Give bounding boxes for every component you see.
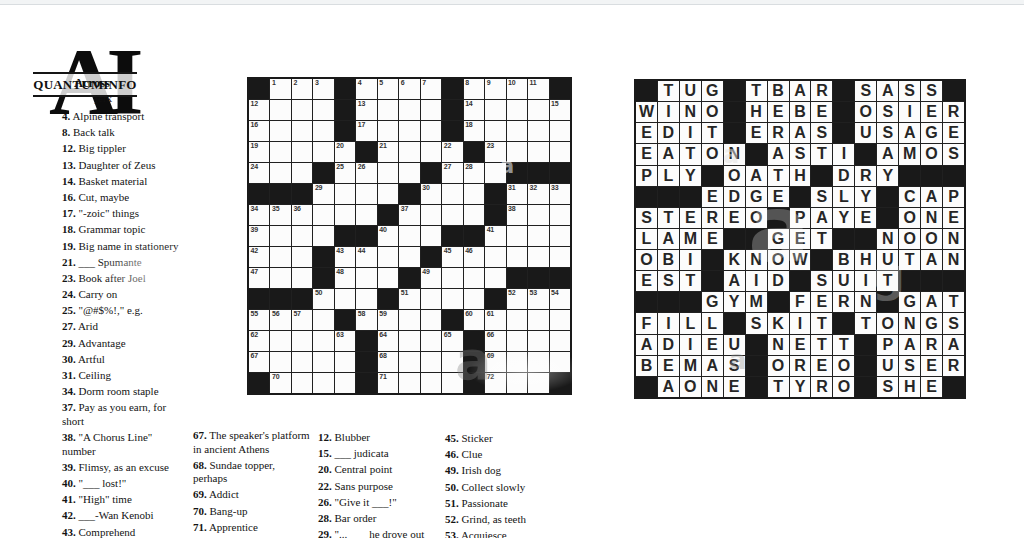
cell-letter: G (706, 294, 718, 310)
black-cell-r1c5 (335, 79, 355, 99)
black-cell-r8c10 (833, 229, 854, 249)
cell-number: 50 (315, 289, 322, 297)
cell-number: 30 (422, 184, 429, 192)
cell-letter: E (926, 358, 937, 374)
cell-letter: A (904, 337, 916, 353)
clue-23: 23. Book after Joel (62, 272, 186, 286)
cell-letter: I (666, 316, 670, 332)
cell-r11c8: F (790, 292, 811, 312)
cell-r4c15 (550, 142, 570, 162)
cell-letter: O (882, 316, 894, 332)
clue-37: 37. Pay as you earn, for short (62, 401, 186, 428)
cell-letter: T (685, 273, 695, 289)
cell-r9c14 (528, 247, 548, 267)
cell-r6c11 (464, 184, 484, 204)
cell-r2c6: 13 (356, 100, 376, 120)
black-cell-r3c10 (442, 121, 462, 141)
cell-r13c1: A (636, 335, 657, 355)
cell-letter: A (794, 83, 806, 99)
cell-r15c14 (528, 373, 548, 393)
black-cell-r10c13 (507, 268, 527, 288)
cell-r10c2: S (658, 271, 679, 291)
cell-r1c7: 5 (378, 79, 398, 99)
cell-letter: S (904, 83, 915, 99)
cell-r2c6: H (746, 102, 767, 122)
cell-r2c9 (421, 100, 441, 120)
cell-letter: H (750, 104, 762, 120)
cell-letter: G (925, 125, 937, 141)
cell-r8c14 (528, 226, 548, 246)
cell-number: 58 (358, 310, 365, 318)
cell-letter: N (948, 231, 960, 247)
clue-45: 45. Sticker (445, 432, 577, 446)
cell-r1c8: A (790, 81, 811, 101)
black-cell-r14c11 (855, 356, 876, 376)
cell-r11c15: T (943, 292, 964, 312)
cell-r9c13 (507, 247, 527, 267)
cell-r2c9: E (811, 102, 832, 122)
cell-letter: E (729, 210, 740, 226)
cell-r4c3 (292, 142, 312, 162)
cell-r14c13: S (899, 356, 920, 376)
black-cell-r11c1 (636, 292, 657, 312)
cell-r11c5: Y (724, 292, 745, 312)
black-cell-r1c5 (724, 81, 745, 101)
clue-20: 20. Central point (318, 463, 444, 477)
black-cell-r10c8 (399, 268, 419, 288)
black-cell-r6c3 (680, 187, 701, 207)
black-cell-r2c10 (442, 100, 462, 120)
cell-r7c8: 37 (399, 205, 419, 225)
cell-r14c2 (270, 352, 290, 372)
cell-letter: N (706, 379, 718, 395)
black-cell-r7c7 (768, 208, 789, 228)
cell-number: 47 (251, 268, 258, 276)
cell-r13c13: A (899, 335, 920, 355)
cell-number: 10 (508, 79, 515, 87)
black-cell-r12c5 (335, 310, 355, 330)
crossword-grid-solution: TUGTBARSASSWINOHEBEOSIEREDITERASUSAGEEAT… (634, 79, 966, 399)
cell-letter: S (663, 273, 674, 289)
cell-r2c11: 14 (464, 100, 484, 120)
cell-letter: T (861, 316, 871, 332)
cell-r8c3: M (680, 229, 701, 249)
cell-r9c10: B (833, 250, 854, 270)
cell-r12c6: S (746, 313, 767, 333)
cell-letter: O (684, 379, 696, 395)
cell-r12c11: 60 (464, 310, 484, 330)
black-cell-r5c9 (811, 166, 832, 186)
cell-r14c13 (507, 352, 527, 372)
clue-29: 29. "... ___ he drove out (318, 528, 444, 538)
cell-r14c8 (399, 352, 419, 372)
black-cell-r6c12 (485, 184, 505, 204)
cell-r1c13: 10 (507, 79, 527, 99)
cell-letter: I (754, 273, 758, 289)
cell-r11c6: M (746, 292, 767, 312)
cell-letter: I (907, 104, 911, 120)
cell-letter: E (817, 294, 828, 310)
cell-r9c13: T (899, 250, 920, 270)
cell-letter: L (707, 316, 717, 332)
black-cell-r10c8 (790, 271, 811, 291)
cell-r2c12 (485, 100, 505, 120)
cell-r11c11: N (855, 292, 876, 312)
cell-letter: S (904, 358, 915, 374)
cell-r14c9 (421, 352, 441, 372)
cell-r4c7: A (768, 144, 789, 164)
cell-letter: T (905, 252, 915, 268)
cell-r4c1: E (636, 144, 657, 164)
cell-r3c11: 18 (464, 121, 484, 141)
black-cell-r11c3 (680, 292, 701, 312)
black-cell-r5c14 (921, 166, 942, 186)
cell-r2c13: I (899, 102, 920, 122)
clue-14: 14. Basket material (62, 175, 186, 189)
clue-27: 27. Arid (62, 320, 186, 334)
cell-letter: Y (795, 379, 806, 395)
cell-letter: T (707, 125, 717, 141)
cell-r7c5 (335, 205, 355, 225)
clue-12: 12. Blubber (318, 431, 444, 445)
cell-r5c12: Y (877, 166, 898, 186)
black-cell-r1c10 (442, 79, 462, 99)
cell-letter: T (751, 83, 761, 99)
cell-number: 48 (336, 268, 343, 276)
cell-r3c9 (421, 121, 441, 141)
cell-r3c3 (292, 121, 312, 141)
clue-53: 53. Acquiesce (445, 529, 577, 538)
cell-letter: N (750, 252, 762, 268)
cell-letter: C (904, 189, 916, 205)
cell-r11c6 (356, 289, 376, 309)
cell-letter: A (706, 358, 718, 374)
cell-r2c2 (270, 100, 290, 120)
cell-letter: D (663, 337, 675, 353)
cell-number: 20 (336, 142, 343, 150)
cell-r14c5: S (724, 356, 745, 376)
cell-letter: O (838, 358, 850, 374)
clue-30: 30. Artful (62, 353, 186, 367)
cell-r15c13: H (899, 377, 920, 397)
cell-r8c7: 40 (378, 226, 398, 246)
cell-r1c11: 8 (464, 79, 484, 99)
black-cell-r11c2 (658, 292, 679, 312)
cell-r5c10: D (833, 166, 854, 186)
cell-r4c8: S (790, 144, 811, 164)
cell-r13c5: U (724, 335, 745, 355)
cell-r1c4: 3 (313, 79, 333, 99)
cell-letter: H (904, 379, 916, 395)
cell-letter: O (750, 210, 762, 226)
cell-r9c11: 46 (464, 247, 484, 267)
cell-r11c14: 53 (528, 289, 548, 309)
cell-letter: D (663, 125, 675, 141)
black-cell-r7c12 (877, 208, 898, 228)
cell-letter: P (948, 189, 959, 205)
cell-r8c14: O (921, 229, 942, 249)
cell-r12c15: S (943, 313, 964, 333)
cell-r3c6: 17 (356, 121, 376, 141)
cell-r14c9: E (811, 356, 832, 376)
cell-r2c4 (313, 100, 333, 120)
cell-r5c7 (378, 163, 398, 183)
black-cell-r8c10 (442, 226, 462, 246)
cell-number: 40 (379, 226, 386, 234)
cell-r3c13 (507, 121, 527, 141)
cell-r15c14: E (921, 377, 942, 397)
cell-letter: E (860, 210, 871, 226)
cell-r12c2: 56 (270, 310, 290, 330)
cell-r9c12: U (877, 250, 898, 270)
black-cell-r5c13 (507, 163, 527, 183)
cell-number: 46 (465, 247, 472, 255)
clue-13: 13. Daughter of Zeus (62, 159, 186, 173)
cell-r1c14: S (921, 81, 942, 101)
cell-r4c9 (421, 142, 441, 162)
cell-letter: M (749, 294, 762, 310)
cell-r1c3: U (680, 81, 701, 101)
cell-r14c4: A (702, 356, 723, 376)
cell-r1c2: T (658, 81, 679, 101)
cell-number: 44 (358, 247, 365, 255)
cell-number: 1 (272, 79, 276, 87)
black-cell-r13c11 (464, 331, 484, 351)
cell-r5c6: A (746, 166, 767, 186)
clue-28: 28. Bar order (318, 512, 444, 526)
black-cell-r14c6 (356, 352, 376, 372)
black-cell-r6c1 (636, 187, 657, 207)
cell-r8c2 (270, 226, 290, 246)
cell-r3c6: E (746, 123, 767, 143)
cell-letter: M (684, 231, 697, 247)
cell-r13c15: A (943, 335, 964, 355)
cell-r8c8: E (790, 229, 811, 249)
cell-letter: E (773, 104, 784, 120)
cell-letter: S (948, 316, 959, 332)
cell-r14c15: R (943, 356, 964, 376)
cell-r1c12: 9 (485, 79, 505, 99)
cell-r11c9 (421, 289, 441, 309)
cell-letter: T (817, 231, 827, 247)
cell-letter: S (817, 125, 828, 141)
cell-number: 28 (465, 163, 472, 171)
cell-letter: O (860, 104, 872, 120)
cell-r2c1: W (636, 102, 657, 122)
black-cell-r4c11 (855, 144, 876, 164)
cell-r8c3 (292, 226, 312, 246)
cell-number: 24 (251, 163, 258, 171)
cell-r14c15 (550, 352, 570, 372)
cell-r12c7: 59 (378, 310, 398, 330)
cell-r3c9: S (811, 123, 832, 143)
cell-number: 61 (487, 310, 494, 318)
cell-r8c13: O (899, 229, 920, 249)
cell-r5c2 (270, 163, 290, 183)
cell-r7c11 (464, 205, 484, 225)
cell-letter: I (798, 316, 802, 332)
cell-r3c4: T (702, 123, 723, 143)
black-cell-r6c2 (658, 187, 679, 207)
black-cell-r6c1 (249, 184, 269, 204)
cell-r2c15: R (943, 102, 964, 122)
cell-r1c6: T (746, 81, 767, 101)
cell-letter: U (685, 83, 697, 99)
clue-24: 24. Carry on (62, 288, 186, 302)
cell-r15c2: A (658, 377, 679, 397)
cell-r15c2: 70 (270, 373, 290, 393)
cell-letter: O (925, 146, 937, 162)
cell-letter: A (641, 337, 653, 353)
cell-letter: B (838, 252, 850, 268)
cell-number: 53 (530, 289, 537, 297)
cell-r9c8 (399, 247, 419, 267)
cell-number: 34 (251, 205, 258, 213)
cell-number: 68 (379, 352, 386, 360)
clue-15: 15. ___ judicata (318, 447, 444, 461)
cell-r3c4 (313, 121, 333, 141)
cell-r10c9: 49 (421, 268, 441, 288)
cell-r2c8 (399, 100, 419, 120)
cell-r6c5: D (724, 187, 745, 207)
cell-letter: G (750, 189, 762, 205)
cell-r7c4: R (702, 208, 723, 228)
cell-r12c4: L (702, 313, 723, 333)
cell-r15c8 (399, 373, 419, 393)
cell-letter: A (948, 337, 960, 353)
across-section-header: Across (74, 76, 110, 91)
black-cell-r6c3 (292, 184, 312, 204)
cell-r13c9 (421, 331, 441, 351)
clue-34: 34. Dorm room staple (62, 385, 186, 399)
cell-r13c14 (528, 331, 548, 351)
cell-r9c3 (292, 247, 312, 267)
cell-letter: S (882, 379, 893, 395)
cell-letter: U (882, 252, 894, 268)
cell-r6c4: 29 (313, 184, 333, 204)
cell-r4c12: A (877, 144, 898, 164)
black-cell-r8c11 (855, 229, 876, 249)
clue-41: 41. "High" time (62, 493, 186, 507)
cell-r7c2: T (658, 208, 679, 228)
cell-r5c5: O (724, 166, 745, 186)
cell-r11c4: 50 (313, 289, 333, 309)
cell-r3c8 (399, 121, 419, 141)
black-cell-r1c10 (833, 81, 854, 101)
cell-letter: E (817, 358, 828, 374)
black-cell-r10c4 (313, 268, 333, 288)
black-cell-r4c6 (746, 144, 767, 164)
cell-number: 64 (379, 331, 386, 339)
cell-r12c4 (313, 310, 333, 330)
clue-49: 49. Irish dog (445, 464, 577, 478)
clue-51: 51. Passionate (445, 497, 577, 511)
cell-r8c7: G (768, 229, 789, 249)
cell-r3c14: G (921, 123, 942, 143)
cell-r9c6: 44 (356, 247, 376, 267)
cell-letter: R (816, 379, 828, 395)
black-cell-r10c14 (528, 268, 548, 288)
cell-letter: L (685, 316, 695, 332)
cell-letter: D (772, 273, 784, 289)
cell-letter: N (860, 294, 872, 310)
cell-r15c4: N (702, 377, 723, 397)
cell-letter: E (641, 125, 652, 141)
cell-r9c5: K (724, 250, 745, 270)
cell-r6c9: 30 (421, 184, 441, 204)
cell-r5c6: 26 (356, 163, 376, 183)
cell-r14c14 (528, 352, 548, 372)
cell-r7c13: 38 (507, 205, 527, 225)
cell-letter: F (642, 316, 652, 332)
cell-r3c12 (485, 121, 505, 141)
cell-letter: E (751, 125, 762, 141)
cell-number: 12 (251, 100, 258, 108)
cell-r1c9: R (811, 81, 832, 101)
cell-letter: T (817, 337, 827, 353)
cell-r14c3 (292, 352, 312, 372)
cell-letter: L (642, 231, 652, 247)
cell-r8c12: N (877, 229, 898, 249)
cell-letter: A (728, 273, 740, 289)
cell-r12c9 (421, 310, 441, 330)
cell-r7c2: 35 (270, 205, 290, 225)
black-cell-r11c2 (270, 289, 290, 309)
cell-r8c4: E (702, 229, 723, 249)
cell-r13c15 (550, 331, 570, 351)
cell-r2c11: O (855, 102, 876, 122)
cell-letter: O (772, 358, 784, 374)
black-cell-r11c7 (768, 292, 789, 312)
cell-letter: O (706, 104, 718, 120)
cell-number: 23 (487, 142, 494, 150)
cell-r13c3: I (680, 335, 701, 355)
cell-r4c7: 21 (378, 142, 398, 162)
cell-r2c3: N (680, 102, 701, 122)
black-cell-r12c10 (833, 313, 854, 333)
cell-r5c7: T (768, 166, 789, 186)
cell-r4c5: N (724, 144, 745, 164)
cell-letter: O (728, 168, 740, 184)
cell-letter: R (860, 168, 872, 184)
black-cell-r3c5 (335, 121, 355, 141)
cell-letter: K (772, 316, 784, 332)
cell-r11c9: E (811, 292, 832, 312)
cell-number: 42 (251, 247, 258, 255)
cell-r6c10 (442, 184, 462, 204)
black-cell-r10c13 (899, 271, 920, 291)
cell-r8c9 (421, 226, 441, 246)
black-cell-r12c10 (442, 310, 462, 330)
black-cell-r6c8 (790, 187, 811, 207)
black-cell-r10c14 (921, 271, 942, 291)
cell-r6c4: E (702, 187, 723, 207)
cell-letter: E (795, 231, 806, 247)
clue-29: 29. Advantage (62, 337, 186, 351)
cell-number: 31 (508, 184, 515, 192)
cell-r2c7: E (768, 102, 789, 122)
cell-r1c7: B (768, 81, 789, 101)
cell-r12c2: I (658, 313, 679, 333)
cell-r7c3: E (680, 208, 701, 228)
down-clue-list-continued: 45. Sticker46. Clue49. Irish dog50. Coll… (445, 432, 577, 538)
black-cell-r9c9 (811, 250, 832, 270)
cell-r12c1: 55 (249, 310, 269, 330)
black-cell-r5c15 (550, 163, 570, 183)
cell-r3c1: 16 (249, 121, 269, 141)
black-cell-r3c10 (833, 123, 854, 143)
cell-letter: O (640, 252, 652, 268)
